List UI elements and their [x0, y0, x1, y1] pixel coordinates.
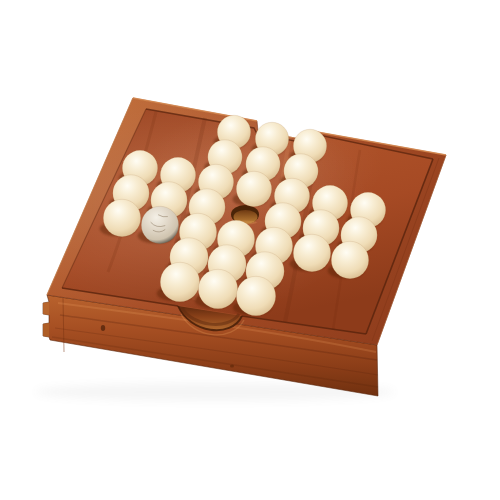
- wood-knot: [101, 325, 105, 331]
- solitaire-box-photo: [0, 0, 500, 500]
- finger-joint: [43, 302, 49, 315]
- wood-knot: [230, 365, 234, 368]
- product-photo-stage: English 33-hole cross board in a square …: [0, 0, 500, 500]
- finger-joint: [43, 323, 49, 337]
